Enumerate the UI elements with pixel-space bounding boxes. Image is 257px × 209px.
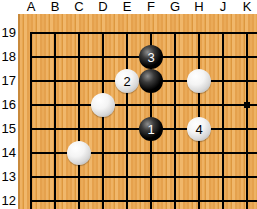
stone-layer: 3214 bbox=[0, 0, 257, 209]
go-board-diagram: ABCDEFGHJK1918171615141312 3214 bbox=[0, 0, 257, 209]
move-number-label: 2 bbox=[123, 75, 130, 88]
stone-H17[interactable] bbox=[187, 69, 211, 93]
move-number-label: 3 bbox=[147, 51, 154, 64]
stone-F17[interactable] bbox=[139, 69, 163, 93]
stone-F15[interactable]: 1 bbox=[139, 117, 163, 141]
move-number-label: 4 bbox=[195, 123, 202, 136]
move-number-label: 1 bbox=[147, 123, 154, 136]
stone-F18[interactable]: 3 bbox=[139, 45, 163, 69]
stone-E17[interactable]: 2 bbox=[115, 69, 139, 93]
stone-H15[interactable]: 4 bbox=[187, 117, 211, 141]
stone-C14[interactable] bbox=[67, 141, 91, 165]
stone-D16[interactable] bbox=[91, 93, 115, 117]
